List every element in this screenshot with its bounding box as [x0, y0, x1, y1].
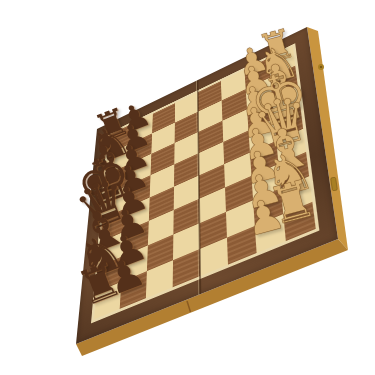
- product-photo: ♜♟♞♟♝♟♚♟♟♜♛♟♟♞♟♝♝♟♟♞♚♟♟♜♛♟♟♝♟♞♟♜: [0, 0, 375, 375]
- brass-screw-center: [320, 66, 322, 68]
